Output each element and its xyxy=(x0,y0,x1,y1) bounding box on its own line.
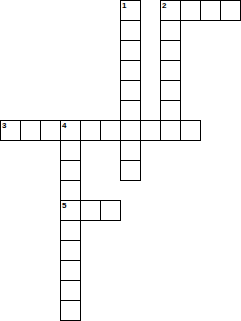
grid-cell[interactable] xyxy=(180,120,201,141)
grid-cell[interactable] xyxy=(120,100,141,121)
grid-cell[interactable] xyxy=(80,200,101,221)
grid-cell[interactable] xyxy=(120,20,141,41)
grid-cell[interactable] xyxy=(160,120,181,141)
grid-cell[interactable] xyxy=(60,120,81,141)
grid-cell[interactable] xyxy=(120,40,141,61)
grid-cell[interactable] xyxy=(20,120,41,141)
grid-cell[interactable] xyxy=(60,160,81,181)
grid-cell[interactable] xyxy=(200,0,221,21)
grid-cell[interactable] xyxy=(120,160,141,181)
grid-cell[interactable] xyxy=(0,120,21,141)
grid-cell[interactable] xyxy=(60,240,81,261)
grid-cell[interactable] xyxy=(120,140,141,161)
grid-cell[interactable] xyxy=(160,80,181,101)
grid-cell[interactable] xyxy=(160,60,181,81)
grid-cell[interactable] xyxy=(60,140,81,161)
grid-cell[interactable] xyxy=(60,220,81,241)
grid-cell[interactable] xyxy=(120,60,141,81)
grid-cell[interactable] xyxy=(40,120,61,141)
grid-cell[interactable] xyxy=(120,80,141,101)
grid-cell[interactable] xyxy=(100,200,121,221)
grid-cell[interactable] xyxy=(160,0,181,21)
grid-cell[interactable] xyxy=(100,120,121,141)
grid-cell[interactable] xyxy=(120,120,141,141)
grid-cell[interactable] xyxy=(60,280,81,301)
crossword-grid: 12345 xyxy=(0,0,241,321)
crossword-puzzle: 12345 xyxy=(0,0,241,321)
grid-cell[interactable] xyxy=(80,120,101,141)
grid-cell[interactable] xyxy=(220,0,241,21)
grid-cell[interactable] xyxy=(160,40,181,61)
grid-cell[interactable] xyxy=(60,200,81,221)
grid-cell[interactable] xyxy=(160,20,181,41)
grid-cell[interactable] xyxy=(60,180,81,201)
grid-cell[interactable] xyxy=(60,260,81,281)
grid-cell[interactable] xyxy=(60,300,81,321)
grid-cell[interactable] xyxy=(120,0,141,21)
grid-cell[interactable] xyxy=(140,120,161,141)
grid-cell[interactable] xyxy=(160,100,181,121)
grid-cell[interactable] xyxy=(180,0,201,21)
